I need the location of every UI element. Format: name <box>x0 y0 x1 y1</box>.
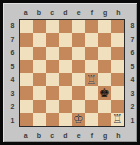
square-g3[interactable]: ♚ <box>98 86 111 99</box>
file-label-top-a: a <box>19 6 32 19</box>
square-h1[interactable]: ♖ <box>111 113 124 126</box>
white-king[interactable]: ♔ <box>73 113 84 125</box>
chess-board: ♖♚♔♖ <box>19 19 125 127</box>
square-d2[interactable] <box>59 100 72 113</box>
rank-labels-left: 87654321 <box>6 19 19 127</box>
square-c8[interactable] <box>46 20 59 33</box>
square-b8[interactable] <box>33 20 46 33</box>
square-h7[interactable] <box>111 33 124 46</box>
square-a5[interactable] <box>20 60 33 73</box>
rank-label-left-7: 7 <box>6 33 19 47</box>
rank-label-right-1: 1 <box>125 114 140 128</box>
square-g6[interactable] <box>98 47 111 60</box>
square-c4[interactable] <box>46 73 59 86</box>
square-h4[interactable] <box>111 73 124 86</box>
board-frame: abcdefgh abcdefgh 87654321 87654321 ♖♚♔♖ <box>3 3 137 142</box>
file-label-top-d: d <box>59 6 72 19</box>
square-b2[interactable] <box>33 100 46 113</box>
square-a2[interactable] <box>20 100 33 113</box>
square-b1[interactable] <box>33 113 46 126</box>
square-b6[interactable] <box>33 47 46 60</box>
rank-label-left-2: 2 <box>6 100 19 114</box>
square-g2[interactable] <box>98 100 111 113</box>
rank-label-right-4: 4 <box>125 73 140 87</box>
square-h8[interactable] <box>111 20 124 33</box>
square-b5[interactable] <box>33 60 46 73</box>
square-e7[interactable] <box>72 33 85 46</box>
square-g8[interactable] <box>98 20 111 33</box>
file-labels-bottom: abcdefgh <box>19 127 125 144</box>
file-label-top-f: f <box>85 6 98 19</box>
square-c5[interactable] <box>46 60 59 73</box>
rank-label-right-3: 3 <box>125 87 140 101</box>
rank-label-right-6: 6 <box>125 46 140 60</box>
square-g1[interactable] <box>98 113 111 126</box>
black-king[interactable]: ♚ <box>99 87 110 99</box>
rank-label-left-6: 6 <box>6 46 19 60</box>
file-label-top-b: b <box>32 6 45 19</box>
file-label-bottom-c: c <box>46 127 59 144</box>
square-a4[interactable] <box>20 73 33 86</box>
square-c1[interactable] <box>46 113 59 126</box>
square-f1[interactable] <box>85 113 98 126</box>
square-e4[interactable] <box>72 73 85 86</box>
square-c7[interactable] <box>46 33 59 46</box>
square-f5[interactable] <box>85 60 98 73</box>
square-a6[interactable] <box>20 47 33 60</box>
rank-label-left-1: 1 <box>6 114 19 128</box>
file-label-bottom-g: g <box>99 127 112 144</box>
square-h6[interactable] <box>111 47 124 60</box>
chessboard-widget: abcdefgh abcdefgh 87654321 87654321 ♖♚♔♖ <box>0 0 140 145</box>
square-g7[interactable] <box>98 33 111 46</box>
file-label-top-e: e <box>72 6 85 19</box>
rank-label-left-3: 3 <box>6 87 19 101</box>
file-labels-top: abcdefgh <box>19 6 125 19</box>
square-e8[interactable] <box>72 20 85 33</box>
file-label-bottom-a: a <box>19 127 32 144</box>
file-label-bottom-h: h <box>112 127 125 144</box>
file-label-top-c: c <box>46 6 59 19</box>
rank-label-right-8: 8 <box>125 19 140 33</box>
file-label-bottom-b: b <box>32 127 45 144</box>
rank-label-right-2: 2 <box>125 100 140 114</box>
rank-label-right-5: 5 <box>125 60 140 74</box>
square-h2[interactable] <box>111 100 124 113</box>
square-a8[interactable] <box>20 20 33 33</box>
rank-label-left-8: 8 <box>6 19 19 33</box>
square-f4[interactable]: ♖ <box>85 73 98 86</box>
square-d1[interactable] <box>59 113 72 126</box>
square-g5[interactable] <box>98 60 111 73</box>
square-d4[interactable] <box>59 73 72 86</box>
square-h5[interactable] <box>111 60 124 73</box>
square-f7[interactable] <box>85 33 98 46</box>
square-a3[interactable] <box>20 86 33 99</box>
square-d8[interactable] <box>59 20 72 33</box>
square-e5[interactable] <box>72 60 85 73</box>
file-label-bottom-e: e <box>72 127 85 144</box>
white-rook[interactable]: ♖ <box>86 74 97 86</box>
rank-labels-right: 87654321 <box>125 19 140 127</box>
square-c2[interactable] <box>46 100 59 113</box>
square-f8[interactable] <box>85 20 98 33</box>
square-e2[interactable] <box>72 100 85 113</box>
square-f3[interactable] <box>85 86 98 99</box>
square-c6[interactable] <box>46 47 59 60</box>
square-d7[interactable] <box>59 33 72 46</box>
square-b4[interactable] <box>33 73 46 86</box>
square-g4[interactable] <box>98 73 111 86</box>
square-f2[interactable] <box>85 100 98 113</box>
file-label-bottom-d: d <box>59 127 72 144</box>
square-b3[interactable] <box>33 86 46 99</box>
white-rook[interactable]: ♖ <box>112 113 123 125</box>
square-d6[interactable] <box>59 47 72 60</box>
rank-label-left-5: 5 <box>6 60 19 74</box>
square-h3[interactable] <box>111 86 124 99</box>
square-d3[interactable] <box>59 86 72 99</box>
square-e6[interactable] <box>72 47 85 60</box>
square-f6[interactable] <box>85 47 98 60</box>
square-b7[interactable] <box>33 33 46 46</box>
square-d5[interactable] <box>59 60 72 73</box>
square-a1[interactable] <box>20 113 33 126</box>
square-c3[interactable] <box>46 86 59 99</box>
file-label-top-h: h <box>112 6 125 19</box>
file-label-bottom-f: f <box>85 127 98 144</box>
square-a7[interactable] <box>20 33 33 46</box>
file-label-top-g: g <box>99 6 112 19</box>
rank-label-right-7: 7 <box>125 33 140 47</box>
square-e1[interactable]: ♔ <box>72 113 85 126</box>
square-e3[interactable] <box>72 86 85 99</box>
rank-label-left-4: 4 <box>6 73 19 87</box>
